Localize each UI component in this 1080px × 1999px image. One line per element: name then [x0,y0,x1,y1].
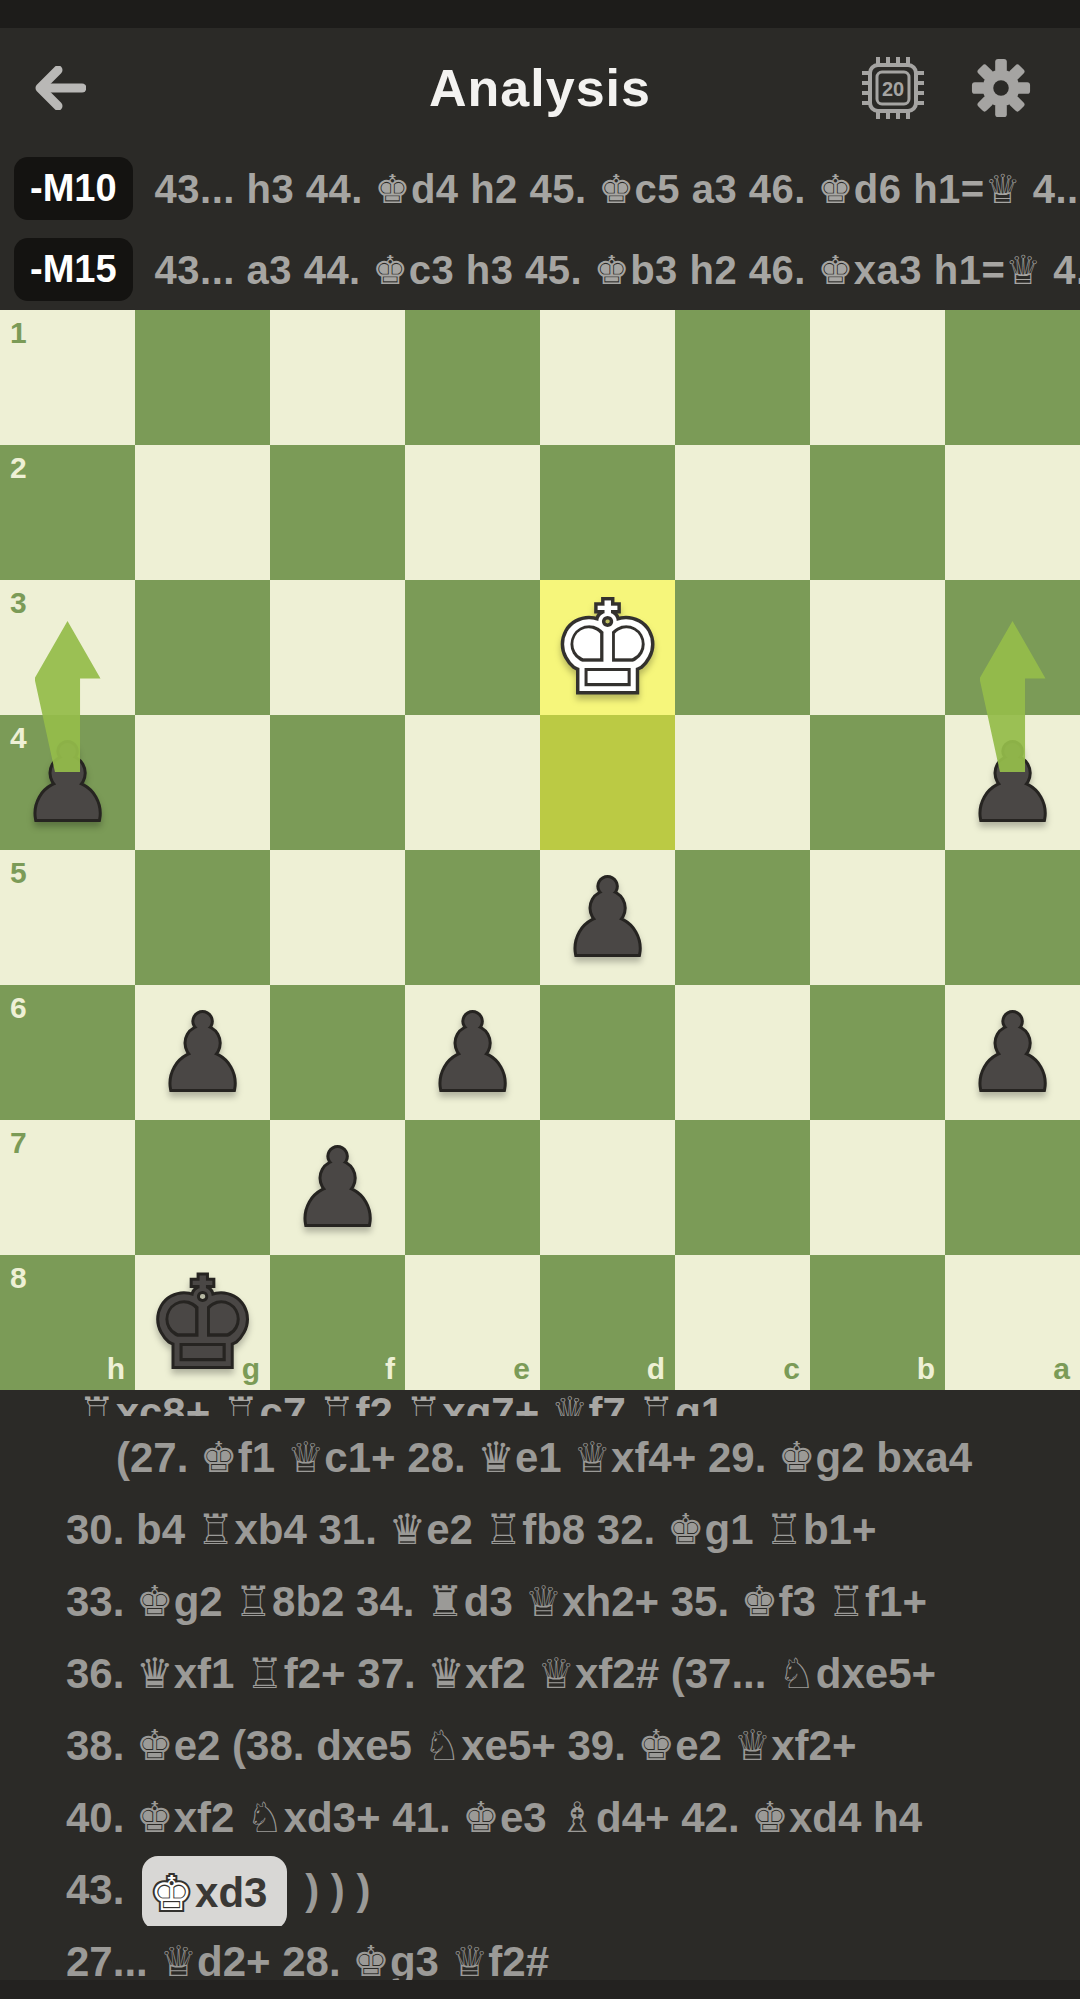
square-b4[interactable] [810,715,945,850]
square-d2[interactable] [540,445,675,580]
white-king[interactable]: ♚ [540,580,675,715]
square-g2[interactable] [135,445,270,580]
square-d5[interactable]: ♟ [540,850,675,985]
square-e6[interactable]: ♟ [405,985,540,1120]
square-e7[interactable] [405,1120,540,1255]
white-king-figurine: ♚ [150,1857,193,1926]
black-pawn[interactable]: ♟ [270,1120,405,1255]
engine-line-moves: 43... a3 44. ♚c3 h3 45. ♚b3 h2 46. ♚xa3 … [155,247,1080,293]
square-h5[interactable]: 5 [0,850,135,985]
square-a2[interactable] [945,445,1080,580]
file-label-c: c [783,1354,800,1384]
square-g3[interactable] [135,580,270,715]
square-c6[interactable] [675,985,810,1120]
file-label-h: h [107,1354,125,1384]
gear-icon [970,57,1032,119]
black-king[interactable]: ♚ [135,1255,270,1390]
square-d8[interactable]: d [540,1255,675,1390]
svg-text:20: 20 [882,78,904,100]
square-d4[interactable] [540,715,675,850]
square-e2[interactable] [405,445,540,580]
square-c2[interactable] [675,445,810,580]
eval-badge: -M15 [14,238,133,301]
rank-label-7: 7 [10,1128,27,1158]
move-line-current: 43. ♚ xd3 ) ) ) [0,1854,1080,1926]
square-b2[interactable] [810,445,945,580]
square-d3[interactable]: ♚ [540,580,675,715]
back-arrow-icon [34,66,86,110]
square-f3[interactable] [270,580,405,715]
square-c1[interactable] [675,310,810,445]
square-e3[interactable] [405,580,540,715]
square-f6[interactable] [270,985,405,1120]
move-line[interactable]: (27. ♚f1 ♕c1+ 28. ♛e1 ♕xf4+ 29. ♚g2 bxa4 [0,1422,1080,1494]
move-line-clipped[interactable]: ♖xc8+ ♖c7 ♖f2 ♖xg7+ ♕f7 ♖g1 [0,1390,1080,1416]
square-d7[interactable] [540,1120,675,1255]
move-line[interactable]: 30. b4 ♖xb4 31. ♛e2 ♖fb8 32. ♚g1 ♖b1+ [0,1494,1080,1566]
square-g1[interactable] [135,310,270,445]
square-a8[interactable]: a [945,1255,1080,1390]
square-g6[interactable]: ♟ [135,985,270,1120]
square-f8[interactable]: f [270,1255,405,1390]
square-a1[interactable] [945,310,1080,445]
square-d1[interactable] [540,310,675,445]
square-g4[interactable] [135,715,270,850]
move-line[interactable]: 38. ♚e2 (38. dxe5 ♘xe5+ 39. ♚e2 ♕xf2+ [0,1710,1080,1782]
engine-line-1[interactable]: -M10 43... h3 44. ♚d4 h2 45. ♚c5 a3 46. … [0,148,1080,229]
move-line[interactable]: 40. ♚xf2 ♘xd3+ 41. ♚e3 ♗d4+ 42. ♚xd4 h4 [0,1782,1080,1854]
current-move-chip[interactable]: ♚ xd3 [142,1856,287,1926]
bottom-edge [0,1980,1080,1999]
square-b1[interactable] [810,310,945,445]
chess-board: 123♚4♟♟5♟6♟♟♟7♟8hg♚fedcba [0,310,1080,1390]
black-pawn[interactable]: ♟ [135,985,270,1120]
square-f2[interactable] [270,445,405,580]
square-c4[interactable] [675,715,810,850]
black-pawn[interactable]: ♟ [405,985,540,1120]
settings-button[interactable] [970,57,1032,119]
file-label-f: f [385,1354,395,1384]
file-label-d: d [647,1354,665,1384]
file-label-b: b [917,1354,935,1384]
back-button[interactable] [0,28,120,148]
square-f4[interactable] [270,715,405,850]
square-h6[interactable]: 6 [0,985,135,1120]
square-f1[interactable] [270,310,405,445]
square-b5[interactable] [810,850,945,985]
rank-label-5: 5 [10,858,27,888]
file-label-e: e [513,1354,530,1384]
header-actions: 20 [860,55,1080,121]
square-b6[interactable] [810,985,945,1120]
black-pawn[interactable]: ♟ [540,850,675,985]
square-c3[interactable] [675,580,810,715]
square-a6[interactable]: ♟ [945,985,1080,1120]
rank-label-1: 1 [10,318,27,348]
square-b7[interactable] [810,1120,945,1255]
move-line[interactable]: 33. ♚g2 ♖8b2 34. ♜d3 ♕xh2+ 35. ♚f3 ♖f1+ [0,1566,1080,1638]
status-bar [0,0,1080,28]
square-b3[interactable] [810,580,945,715]
cpu-chip-icon: 20 [860,55,926,121]
square-g5[interactable] [135,850,270,985]
square-g7[interactable] [135,1120,270,1255]
square-b8[interactable]: b [810,1255,945,1390]
rank-label-6: 6 [10,993,27,1023]
move-number: 43. [66,1866,124,1913]
square-e8[interactable]: e [405,1255,540,1390]
square-h8[interactable]: 8h [0,1255,135,1390]
move-list: ♖xc8+ ♖c7 ♖f2 ♖xg7+ ♕f7 ♖g1 (27. ♚f1 ♕c1… [0,1390,1080,1980]
rank-label-8: 8 [10,1263,27,1293]
engine-lines: -M10 43... h3 44. ♚d4 h2 45. ♚c5 a3 46. … [0,148,1080,310]
square-h1[interactable]: 1 [0,310,135,445]
header: Analysis 20 [0,28,1080,148]
square-a5[interactable] [945,850,1080,985]
variation-close: ) ) ) [305,1866,370,1913]
square-e4[interactable] [405,715,540,850]
engine-line-moves: 43... h3 44. ♚d4 h2 45. ♚c5 a3 46. ♚d6 h… [155,166,1080,212]
file-label-a: a [1053,1354,1070,1384]
black-pawn[interactable]: ♟ [945,985,1080,1120]
square-e1[interactable] [405,310,540,445]
rank-label-3: 3 [10,588,27,618]
square-c5[interactable] [675,850,810,985]
square-h7[interactable]: 7 [0,1120,135,1255]
square-g8[interactable]: g♚ [135,1255,270,1390]
engine-line-2[interactable]: -M15 43... a3 44. ♚c3 h3 45. ♚b3 h2 46. … [0,229,1080,310]
square-h2[interactable]: 2 [0,445,135,580]
square-e5[interactable] [405,850,540,985]
analysis-screen: Analysis 20 [0,0,1080,1999]
engine-depth-button[interactable]: 20 [860,55,926,121]
square-d6[interactable] [540,985,675,1120]
move-lines: (27. ♚f1 ♕c1+ 28. ♛e1 ♕xf4+ 29. ♚g2 bxa4… [0,1422,1080,1998]
move-line[interactable]: 36. ♛xf1 ♖f2+ 37. ♛xf2 ♕xf2# (37... ♘dxe… [0,1638,1080,1710]
rank-label-2: 2 [10,453,27,483]
square-f7[interactable]: ♟ [270,1120,405,1255]
eval-badge: -M10 [14,157,133,220]
square-c7[interactable] [675,1120,810,1255]
square-a7[interactable] [945,1120,1080,1255]
square-c8[interactable]: c [675,1255,810,1390]
square-f5[interactable] [270,850,405,985]
